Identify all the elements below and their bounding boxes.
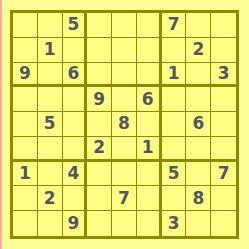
sudoku-cell-empty[interactable] bbox=[211, 112, 236, 137]
sudoku-cell-given[interactable]: 8 bbox=[186, 186, 211, 211]
sudoku-cell-empty[interactable] bbox=[162, 112, 187, 137]
sudoku-cell-empty[interactable] bbox=[87, 112, 112, 137]
sudoku-cell-empty[interactable] bbox=[162, 87, 187, 112]
sudoku-cell-empty[interactable] bbox=[137, 112, 162, 137]
sudoku-cell-empty[interactable] bbox=[13, 87, 38, 112]
sudoku-cell-empty[interactable] bbox=[63, 87, 88, 112]
sudoku-cell-empty[interactable] bbox=[87, 186, 112, 211]
sudoku-cell-empty[interactable] bbox=[38, 63, 63, 88]
sudoku-cell-given[interactable]: 2 bbox=[87, 137, 112, 162]
sudoku-cell-empty[interactable] bbox=[137, 162, 162, 187]
sudoku-cell-empty[interactable] bbox=[186, 63, 211, 88]
sudoku-cell-empty[interactable] bbox=[186, 87, 211, 112]
sudoku-cell-empty[interactable] bbox=[112, 87, 137, 112]
sudoku-cell-empty[interactable] bbox=[186, 162, 211, 187]
sudoku-cell-empty[interactable] bbox=[13, 186, 38, 211]
sudoku-cell-empty[interactable] bbox=[38, 13, 63, 38]
sudoku-cell-empty[interactable] bbox=[38, 87, 63, 112]
sudoku-cell-empty[interactable] bbox=[211, 211, 236, 236]
sudoku-cell-empty[interactable] bbox=[13, 137, 38, 162]
sudoku-cell-given[interactable]: 3 bbox=[211, 63, 236, 88]
sudoku-cell-empty[interactable] bbox=[211, 137, 236, 162]
sudoku-cell-empty[interactable] bbox=[137, 38, 162, 63]
sudoku-cell-empty[interactable] bbox=[13, 13, 38, 38]
sudoku-cell-empty[interactable] bbox=[137, 211, 162, 236]
sudoku-cell-empty[interactable] bbox=[87, 38, 112, 63]
sudoku-cell-given[interactable]: 6 bbox=[63, 63, 88, 88]
sudoku-cell-empty[interactable] bbox=[112, 137, 137, 162]
sudoku-cell-given[interactable]: 7 bbox=[211, 162, 236, 187]
sudoku-cell-empty[interactable] bbox=[211, 38, 236, 63]
sudoku-cell-empty[interactable] bbox=[13, 211, 38, 236]
sudoku-cell-given[interactable]: 1 bbox=[13, 162, 38, 187]
sudoku-cell-empty[interactable] bbox=[63, 186, 88, 211]
sudoku-cell-given[interactable]: 8 bbox=[112, 112, 137, 137]
sudoku-cell-empty[interactable] bbox=[13, 38, 38, 63]
sudoku-board: 571296139658621145727893 bbox=[10, 10, 239, 239]
sudoku-cell-empty[interactable] bbox=[186, 137, 211, 162]
sudoku-cell-given[interactable]: 9 bbox=[63, 211, 88, 236]
sudoku-cell-given[interactable]: 7 bbox=[162, 13, 187, 38]
sudoku-cell-empty[interactable] bbox=[87, 162, 112, 187]
sudoku-cell-empty[interactable] bbox=[186, 211, 211, 236]
left-edge-strip bbox=[0, 0, 2, 249]
sudoku-cell-empty[interactable] bbox=[63, 137, 88, 162]
sudoku-cell-empty[interactable] bbox=[112, 63, 137, 88]
sudoku-cell-empty[interactable] bbox=[112, 38, 137, 63]
sudoku-cell-empty[interactable] bbox=[87, 211, 112, 236]
sudoku-cell-empty[interactable] bbox=[38, 211, 63, 236]
sudoku-cell-given[interactable]: 1 bbox=[137, 137, 162, 162]
sudoku-cell-given[interactable]: 2 bbox=[38, 186, 63, 211]
sudoku-cell-empty[interactable] bbox=[87, 63, 112, 88]
sudoku-cell-empty[interactable] bbox=[211, 87, 236, 112]
sudoku-cell-empty[interactable] bbox=[112, 211, 137, 236]
sudoku-cell-given[interactable]: 9 bbox=[13, 63, 38, 88]
sudoku-cell-given[interactable]: 7 bbox=[112, 186, 137, 211]
sudoku-cell-given[interactable]: 6 bbox=[186, 112, 211, 137]
sudoku-cell-given[interactable]: 3 bbox=[162, 211, 187, 236]
sudoku-cell-given[interactable]: 1 bbox=[38, 38, 63, 63]
sudoku-cell-given[interactable]: 2 bbox=[186, 38, 211, 63]
sudoku-cell-empty[interactable] bbox=[112, 162, 137, 187]
sudoku-cell-given[interactable]: 5 bbox=[63, 13, 88, 38]
sudoku-cell-empty[interactable] bbox=[63, 112, 88, 137]
sudoku-cell-empty[interactable] bbox=[13, 112, 38, 137]
sudoku-cell-empty[interactable] bbox=[112, 13, 137, 38]
sudoku-cell-given[interactable]: 4 bbox=[63, 162, 88, 187]
sudoku-cell-empty[interactable] bbox=[137, 13, 162, 38]
sudoku-cell-empty[interactable] bbox=[211, 186, 236, 211]
sudoku-cell-empty[interactable] bbox=[211, 13, 236, 38]
sudoku-cell-empty[interactable] bbox=[38, 137, 63, 162]
sudoku-cell-given[interactable]: 5 bbox=[162, 162, 187, 187]
sudoku-cell-empty[interactable] bbox=[137, 63, 162, 88]
sudoku-cell-empty[interactable] bbox=[63, 38, 88, 63]
sudoku-cell-given[interactable]: 9 bbox=[87, 87, 112, 112]
sudoku-cell-empty[interactable] bbox=[186, 13, 211, 38]
sudoku-cell-empty[interactable] bbox=[162, 186, 187, 211]
sudoku-cell-empty[interactable] bbox=[87, 13, 112, 38]
sudoku-cell-given[interactable]: 6 bbox=[137, 87, 162, 112]
sudoku-cell-empty[interactable] bbox=[38, 162, 63, 187]
sudoku-cell-empty[interactable] bbox=[162, 38, 187, 63]
sudoku-cell-empty[interactable] bbox=[137, 186, 162, 211]
sudoku-cell-empty[interactable] bbox=[162, 137, 187, 162]
sudoku-cell-given[interactable]: 1 bbox=[162, 63, 187, 88]
sudoku-cell-given[interactable]: 5 bbox=[38, 112, 63, 137]
